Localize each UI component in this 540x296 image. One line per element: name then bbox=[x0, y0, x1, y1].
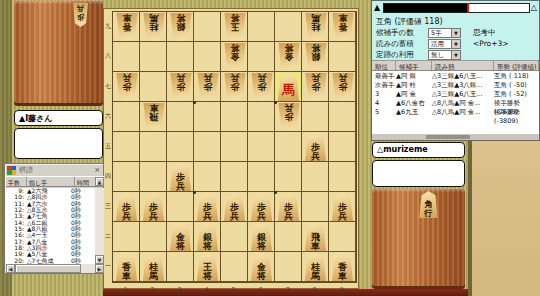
column-header-3: 読み筋 bbox=[432, 61, 494, 70]
rank-label-八: 八 bbox=[104, 52, 112, 61]
rank-label-一: 一 bbox=[104, 262, 112, 271]
board-square-8四[interactable] bbox=[302, 162, 329, 192]
setting-row-2: 読みの蓄積活用▼<Pro+3> bbox=[376, 38, 536, 49]
scroll-down-icon[interactable]: ▼ bbox=[95, 255, 104, 264]
evaluation-bar bbox=[383, 3, 530, 13]
chevron-down-icon[interactable]: ▼ bbox=[451, 29, 460, 37]
candidate-move: ▲同 金 bbox=[396, 90, 432, 99]
rank-label-五: 五 bbox=[104, 142, 112, 151]
candidate-move: ▲同 桂 bbox=[396, 81, 432, 90]
candidate-rank: 3 bbox=[372, 90, 396, 99]
board-square-7四[interactable] bbox=[275, 162, 302, 192]
candidate-line: △8八馬▲同 金... bbox=[432, 108, 494, 117]
setting-label: 定跡の利用 bbox=[376, 50, 428, 60]
chevron-down-icon[interactable]: ▼ bbox=[451, 51, 460, 59]
board-square-9六[interactable] bbox=[329, 102, 356, 132]
board-square-1八[interactable] bbox=[113, 42, 140, 72]
kifu-move-list[interactable]: 9:▲2六飛0秒10:△8四歩0秒11:▲7六歩0秒12:△8五歩0秒13:▲7… bbox=[6, 188, 95, 264]
candidate-line: △8八馬▲同 金... bbox=[432, 99, 494, 108]
komadai-gote[interactable]: 角行 bbox=[372, 189, 465, 289]
board-square-4五[interactable] bbox=[194, 132, 221, 162]
candidate-move: ▲同 銀 bbox=[396, 72, 432, 81]
board-square-6六[interactable] bbox=[248, 102, 275, 132]
candidate-move: ▲6八金右 bbox=[396, 99, 432, 108]
dropdown-value: 無し bbox=[429, 51, 451, 59]
board-square-3三[interactable] bbox=[167, 192, 194, 222]
board-square-5六[interactable] bbox=[221, 102, 248, 132]
kifu-window: 棋譜 × 手数指し手時間 9:▲2六飛0秒10:△8四歩0秒11:▲7六歩0秒1… bbox=[4, 163, 104, 274]
board-square-2五[interactable] bbox=[140, 132, 167, 162]
board-square-2七[interactable] bbox=[140, 72, 167, 102]
app-window: 歩兵 ▲I藤さん 香車桂馬銀将玉将桂馬香車金将金将銀将歩兵歩兵歩兵歩兵歩兵馬歩兵… bbox=[0, 0, 540, 296]
candidate-row[interactable]: 次善手▲同 桂△3三銀▲3八銀...互角 ( -50) bbox=[372, 81, 539, 90]
gote-info-box bbox=[372, 160, 465, 187]
table-surface bbox=[472, 141, 540, 296]
board-square-6四[interactable] bbox=[248, 162, 275, 192]
board-square-6九[interactable] bbox=[248, 12, 275, 42]
board-square-5二[interactable] bbox=[221, 222, 248, 252]
komadai-sente[interactable]: 歩兵 bbox=[14, 1, 103, 106]
file-label-9: 9 bbox=[328, 286, 355, 294]
board-square-9四[interactable] bbox=[329, 162, 356, 192]
file-label-1: 1 bbox=[112, 286, 139, 294]
board-square-7五[interactable] bbox=[275, 132, 302, 162]
evaluation-verdict: 互角 (評価値 118) bbox=[376, 16, 443, 27]
board-square-2八[interactable] bbox=[140, 42, 167, 72]
kifu-column-3: 時間 bbox=[75, 177, 96, 186]
candidate-line: △3三銀▲3八銀... bbox=[432, 81, 494, 90]
kifu-window-title: 棋譜 bbox=[19, 165, 91, 175]
file-label-6: 6 bbox=[247, 286, 274, 294]
rank-label-七: 七 bbox=[104, 82, 112, 91]
board-square-9八[interactable] bbox=[329, 42, 356, 72]
hoshi-dot bbox=[193, 101, 196, 104]
board-square-5一[interactable] bbox=[221, 252, 248, 282]
dropdown-value: 5手 bbox=[429, 29, 451, 37]
candidate-table-header: 順位候補手読み筋形勢 (評価値) bbox=[372, 60, 539, 71]
dropdown-value: 活用 bbox=[429, 40, 451, 48]
column-header-4: 形勢 (評価値) bbox=[494, 61, 539, 70]
board-square-7九[interactable] bbox=[275, 12, 302, 42]
file-label-7: 7 bbox=[274, 286, 301, 294]
board-square-1二[interactable] bbox=[113, 222, 140, 252]
kifu-column-2: 指し手 bbox=[27, 177, 75, 186]
candidate-eval: 互角 ( -50) bbox=[494, 81, 539, 90]
close-icon[interactable]: × bbox=[94, 166, 101, 174]
kifu-hscroll-thumb[interactable] bbox=[15, 264, 81, 273]
board-square-1四[interactable] bbox=[113, 162, 140, 192]
chevron-down-icon[interactable]: ▼ bbox=[451, 40, 460, 48]
board-square-4六[interactable] bbox=[194, 102, 221, 132]
board-square-7一[interactable] bbox=[275, 252, 302, 282]
sente-name-label: ▲I藤さん bbox=[14, 110, 103, 126]
file-label-8: 8 bbox=[301, 286, 328, 294]
board-square-9二[interactable] bbox=[329, 222, 356, 252]
kifu-horizontal-scrollbar[interactable]: ◀ ▶ bbox=[6, 264, 104, 273]
candidate-rank: 次善手 bbox=[372, 81, 396, 90]
board-square-1五[interactable] bbox=[113, 132, 140, 162]
analysis-window: ▲ △ 互角 (評価値 118) 候補手の数5手▼思考中読みの蓄積活用▼<Pro… bbox=[371, 0, 540, 141]
setting-label: 読みの蓄積 bbox=[376, 39, 428, 49]
board-square-2四[interactable] bbox=[140, 162, 167, 192]
rank-label-六: 六 bbox=[104, 112, 112, 121]
setting-dropdown-3[interactable]: 無し▼ bbox=[428, 50, 461, 60]
file-label-3: 3 bbox=[166, 286, 193, 294]
candidate-eval: 互角 ( 118) bbox=[494, 72, 539, 81]
gote-name-label: △murizeme bbox=[372, 142, 465, 158]
setting-status-text: <Pro+3> bbox=[461, 39, 509, 48]
board-square-2二[interactable] bbox=[140, 222, 167, 252]
piece-角行[interactable]: 角行 bbox=[418, 191, 439, 218]
setting-row-1: 候補手の数5手▼思考中 bbox=[376, 27, 536, 38]
file-label-2: 2 bbox=[139, 286, 166, 294]
board-square-6八[interactable] bbox=[248, 42, 275, 72]
setting-row-3: 定跡の利用無し▼ bbox=[376, 49, 536, 60]
scroll-up-icon[interactable]: ▲ bbox=[95, 177, 104, 186]
kifu-column-1: 手数 bbox=[6, 177, 27, 186]
candidate-row[interactable]: 5▲6九玉△8八馬▲同 金...後手勝勢 (-3809) bbox=[372, 108, 539, 117]
board-square-3八[interactable] bbox=[167, 42, 194, 72]
column-header-1: 順位 bbox=[372, 61, 396, 70]
hoshi-dot bbox=[193, 191, 196, 194]
board-square-7二[interactable] bbox=[275, 222, 302, 252]
candidate-line: △3三銀▲6八玉... bbox=[432, 72, 494, 81]
candidate-eval: 互角 ( -52) bbox=[494, 90, 539, 99]
board-square-6五[interactable] bbox=[248, 132, 275, 162]
board-square-3六[interactable] bbox=[167, 102, 194, 132]
file-label-5: 5 bbox=[220, 286, 247, 294]
candidate-table-scrollbar[interactable] bbox=[372, 134, 539, 140]
evaluation-bar-fill bbox=[384, 4, 467, 12]
board-square-8六[interactable] bbox=[302, 102, 329, 132]
board-square-5五[interactable] bbox=[221, 132, 248, 162]
candidate-rank: 最善手 bbox=[372, 72, 396, 81]
rank-label-四: 四 bbox=[104, 172, 112, 181]
hoshi-dot bbox=[274, 101, 277, 104]
candidate-row[interactable]: 4▲6八金右△8八馬▲同 金...後手勝勢 (-2635) bbox=[372, 99, 539, 108]
setting-dropdown-2[interactable]: 活用▼ bbox=[428, 39, 461, 49]
kifu-column-headers: 手数指し手時間 bbox=[6, 176, 104, 187]
hoshi-dot bbox=[274, 191, 277, 194]
candidate-eval: 後手勝勢 (-3809) bbox=[494, 108, 539, 117]
sente-mark-icon: ▲ bbox=[374, 3, 380, 13]
candidate-rank: 4 bbox=[372, 99, 396, 108]
kifu-window-icon bbox=[7, 166, 16, 175]
setting-label: 候補手の数 bbox=[376, 28, 428, 38]
rank-label-三: 三 bbox=[104, 202, 112, 211]
sente-info-box bbox=[14, 128, 103, 159]
candidate-row[interactable]: 3▲同 金△3三銀▲6八玉...互角 ( -52) bbox=[372, 90, 539, 99]
rank-label-二: 二 bbox=[104, 232, 112, 241]
piece-歩兵[interactable]: 歩兵 bbox=[72, 3, 89, 27]
evaluation-bar-marker bbox=[467, 3, 469, 13]
analysis-status-panel: ▲ △ 互角 (評価値 118) 候補手の数5手▼思考中読みの蓄積活用▼<Pro… bbox=[372, 1, 539, 60]
kifu-titlebar[interactable]: 棋譜 × bbox=[5, 164, 103, 176]
kifu-vertical-scrollbar[interactable] bbox=[95, 188, 104, 264]
board-square-8三[interactable] bbox=[302, 192, 329, 222]
column-header-2: 候補手 bbox=[396, 61, 432, 70]
file-label-4: 4 bbox=[193, 286, 220, 294]
scroll-right-icon[interactable]: ▶ bbox=[95, 264, 104, 273]
board-square-3五[interactable] bbox=[167, 132, 194, 162]
setting-status-text: 思考中 bbox=[461, 28, 496, 38]
shogi-board: 香車桂馬銀将玉将桂馬香車金将金将銀将歩兵歩兵歩兵歩兵歩兵馬歩兵歩兵飛車歩兵歩兵歩… bbox=[103, 8, 359, 289]
scroll-left-icon[interactable]: ◀ bbox=[6, 264, 15, 273]
board-square-5四[interactable] bbox=[221, 162, 248, 192]
rank-label-九: 九 bbox=[104, 22, 112, 31]
board-square-3一[interactable] bbox=[167, 252, 194, 282]
candidate-rank: 5 bbox=[372, 108, 396, 117]
board-square-4九[interactable] bbox=[194, 12, 221, 42]
candidate-eval: 後手勝勢 (-2635) bbox=[494, 99, 539, 108]
board-square-4八[interactable] bbox=[194, 42, 221, 72]
candidate-row[interactable]: 最善手▲同 銀△3三銀▲6八玉...互角 ( 118) bbox=[372, 72, 539, 81]
board-grid: 香車桂馬銀将玉将桂馬香車金将金将銀将歩兵歩兵歩兵歩兵歩兵馬歩兵歩兵飛車歩兵歩兵歩… bbox=[112, 11, 357, 283]
board-square-1六[interactable] bbox=[113, 102, 140, 132]
candidate-line: △3三銀▲6八玉... bbox=[432, 90, 494, 99]
candidate-table: 最善手▲同 銀△3三銀▲6八玉...互角 ( 118)次善手▲同 桂△3三銀▲3… bbox=[372, 72, 539, 117]
setting-dropdown-1[interactable]: 5手▼ bbox=[428, 28, 461, 38]
candidate-move: ▲6九玉 bbox=[396, 108, 432, 117]
gote-mark-icon: △ bbox=[531, 3, 537, 13]
board-square-4四[interactable] bbox=[194, 162, 221, 192]
board-square-9五[interactable] bbox=[329, 132, 356, 162]
